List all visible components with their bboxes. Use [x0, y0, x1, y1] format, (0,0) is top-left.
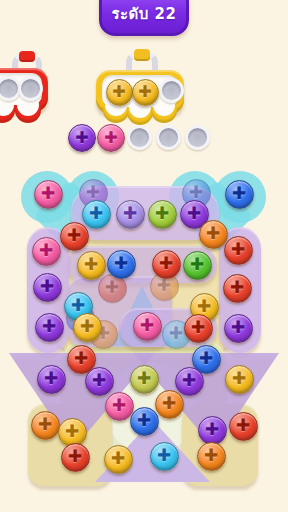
screw-orange[interactable]: ✚: [31, 411, 60, 440]
screw-cyan[interactable]: ✚: [150, 442, 179, 471]
screw-purple[interactable]: ✚: [33, 273, 62, 302]
empty-hole: [127, 125, 152, 150]
screw-yellow[interactable]: ✚: [73, 313, 102, 342]
empty-hole: [185, 125, 210, 150]
cross-icon: ✚: [204, 445, 218, 465]
cross-icon: ✚: [89, 203, 103, 223]
game-screen: ระดับ 22 ✚✚✚✚✚✚✚✚✚✚✚✚✚✚✚✚✚✚✚✚✚✚✚✚✚✚✚✚✚✚✚…: [0, 0, 288, 512]
screw-purple[interactable]: ✚: [37, 365, 66, 394]
cross-icon: ✚: [159, 253, 173, 273]
screw-pink[interactable]: ✚: [34, 180, 63, 209]
empty-hole: [156, 125, 181, 150]
screw-pink[interactable]: ✚: [105, 392, 134, 421]
screw-lime[interactable]: ✚: [148, 200, 177, 229]
cross-icon: ✚: [187, 203, 201, 223]
cross-icon: ✚: [138, 82, 151, 101]
cross-icon: ✚: [189, 182, 203, 202]
screw-yellow[interactable]: ✚: [58, 418, 87, 447]
screw-purple[interactable]: ✚: [175, 367, 204, 396]
cross-icon: ✚: [137, 368, 151, 388]
cross-icon: ✚: [140, 315, 154, 335]
cross-icon: ✚: [155, 203, 169, 223]
cross-icon: ✚: [236, 415, 250, 435]
screw-cyan[interactable]: ✚: [82, 200, 111, 229]
cross-icon: ✚: [40, 276, 54, 296]
cross-icon: ✚: [39, 240, 53, 260]
cross-icon: ✚: [206, 223, 220, 243]
cross-icon: ✚: [205, 419, 219, 439]
screw-red[interactable]: ✚: [152, 250, 181, 279]
cross-icon: ✚: [80, 316, 94, 336]
cross-icon: ✚: [157, 445, 171, 465]
screw-yellow[interactable]: ✚: [225, 365, 254, 394]
screw-red[interactable]: ✚: [61, 443, 90, 472]
cross-icon: ✚: [67, 225, 81, 245]
tray-yellow-clamp: [134, 49, 150, 61]
level-label: ระดับ 22: [112, 2, 177, 26]
cross-icon: ✚: [112, 82, 125, 101]
cross-icon: ✚: [68, 446, 82, 466]
cross-icon: ✚: [104, 128, 117, 147]
screw-green[interactable]: ✚: [183, 251, 212, 280]
cross-icon: ✚: [199, 348, 213, 368]
screw-pink[interactable]: ✚: [32, 237, 61, 266]
cross-icon: ✚: [191, 317, 205, 337]
screw-red[interactable]: ✚: [184, 314, 213, 343]
screw-blue[interactable]: ✚: [107, 250, 136, 279]
screw-red[interactable]: ✚: [229, 412, 258, 441]
screw-purple[interactable]: ✚: [224, 314, 253, 343]
cross-icon: ✚: [92, 370, 106, 390]
cross-icon: ✚: [84, 254, 98, 274]
screw-pink[interactable]: ✚: [133, 312, 162, 341]
screw-purple[interactable]: ✚: [35, 313, 64, 342]
screw-yellow[interactable]: ✚: [77, 251, 106, 280]
cross-icon: ✚: [182, 370, 196, 390]
cross-icon: ✚: [231, 317, 245, 337]
level-banner: ระดับ 22: [99, 0, 189, 36]
cross-icon: ✚: [111, 448, 125, 468]
cross-icon: ✚: [74, 348, 88, 368]
screw-purple[interactable]: ✚: [68, 124, 96, 152]
cross-icon: ✚: [197, 296, 211, 316]
cross-icon: ✚: [44, 368, 58, 388]
cross-icon: ✚: [231, 239, 245, 259]
tray-red-clamp: [19, 51, 35, 62]
cross-icon: ✚: [190, 254, 204, 274]
screw-red[interactable]: ✚: [223, 274, 252, 303]
screw-yellow[interactable]: ✚: [132, 79, 159, 106]
screw-olive[interactable]: ✚: [130, 365, 159, 394]
empty-hole: [159, 78, 184, 103]
cross-icon: ✚: [232, 368, 246, 388]
cross-icon: ✚: [230, 277, 244, 297]
screw-red[interactable]: ✚: [60, 222, 89, 251]
cross-icon: ✚: [75, 128, 88, 147]
screw-red[interactable]: ✚: [224, 236, 253, 265]
screw-pink[interactable]: ✚: [97, 124, 125, 152]
cross-icon: ✚: [162, 393, 176, 413]
screw-orange[interactable]: ✚: [199, 220, 228, 249]
screw-lilac[interactable]: ✚: [116, 200, 145, 229]
cross-icon: ✚: [86, 182, 100, 202]
cross-icon: ✚: [71, 295, 85, 315]
screw-yellow[interactable]: ✚: [104, 445, 133, 474]
cross-icon: ✚: [65, 421, 79, 441]
cross-icon: ✚: [38, 414, 52, 434]
screw-blue[interactable]: ✚: [130, 407, 159, 436]
screw-orange[interactable]: ✚: [197, 442, 226, 471]
empty-hole: [18, 76, 43, 101]
cross-icon: ✚: [42, 316, 56, 336]
cross-icon: ✚: [105, 277, 119, 297]
cross-icon: ✚: [112, 395, 126, 415]
cross-icon: ✚: [123, 203, 137, 223]
cross-icon: ✚: [232, 183, 246, 203]
screw-purple[interactable]: ✚: [198, 416, 227, 445]
cross-icon: ✚: [41, 183, 55, 203]
screw-orange[interactable]: ✚: [155, 390, 184, 419]
cross-icon: ✚: [114, 253, 128, 273]
screw-yellow[interactable]: ✚: [106, 79, 133, 106]
screw-blue[interactable]: ✚: [225, 180, 254, 209]
cross-icon: ✚: [137, 410, 151, 430]
cross-icon: ✚: [169, 323, 183, 343]
screw-purple[interactable]: ✚: [85, 367, 114, 396]
